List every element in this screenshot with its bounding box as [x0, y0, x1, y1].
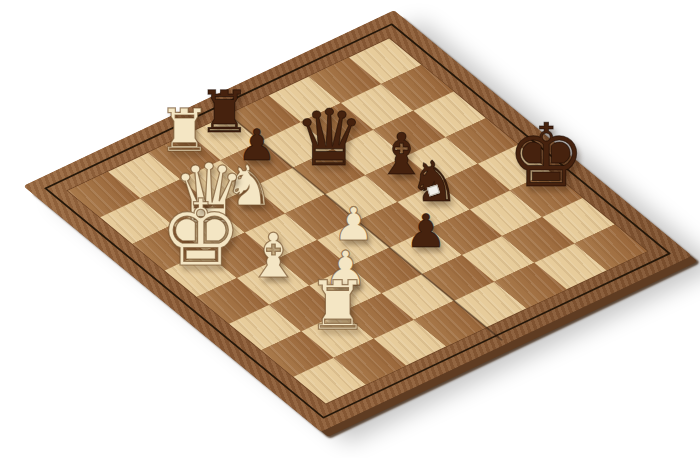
piece-black-queen-e6[interactable]: ♛ [294, 99, 364, 177]
product-photo-stage: ♜♜♟♛♞♛♚♝♝♟♞♟♟♚♜ [0, 0, 700, 458]
piece-black-king-h3[interactable]: ♚ [507, 113, 585, 200]
piece-black-knight-f4[interactable]: ♞ [409, 154, 459, 210]
white-king-icon: ♚ [160, 181, 242, 288]
piece-white-rook-b2[interactable]: ♜ [307, 272, 368, 340]
white-bishop-icon: ♝ [246, 220, 301, 291]
piece-white-bishop-b4[interactable]: ♝ [246, 225, 301, 286]
black-king-icon: ♚ [507, 105, 585, 207]
piece-black-pawn-e3[interactable]: ♟ [405, 209, 446, 255]
black-pawn-icon: ♟ [405, 205, 446, 259]
white-rook-icon: ♜ [307, 266, 368, 345]
piece-white-king-a5[interactable]: ♚ [160, 189, 242, 281]
black-queen-icon: ♛ [294, 93, 364, 183]
